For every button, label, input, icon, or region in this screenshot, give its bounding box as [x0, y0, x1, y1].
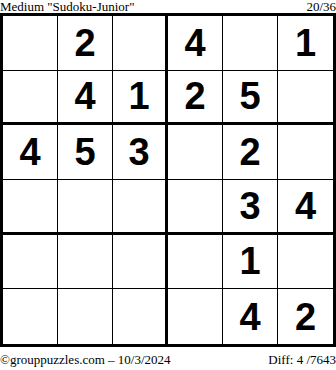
puzzle-page: Medium "Sudoku-Junior" 20/36 24141254532…	[0, 0, 336, 370]
cell-r6c3-empty	[113, 289, 168, 344]
cell-r4c5-given: 3	[223, 180, 278, 235]
cell-r4c6-given: 4	[278, 180, 333, 235]
cell-r3c6-empty	[278, 125, 333, 180]
copyright-text: ©grouppuzzles.com – 10/3/2024	[0, 353, 171, 367]
cell-r1c1-empty	[3, 16, 58, 71]
cell-r1c3-empty	[113, 16, 168, 71]
cell-r5c4-empty	[168, 235, 223, 290]
cell-r2c6-empty	[278, 71, 333, 126]
cell-r2c3-given: 1	[113, 71, 168, 126]
cell-r1c5-empty	[223, 16, 278, 71]
cell-r4c1-empty	[3, 180, 58, 235]
cell-r5c2-empty	[58, 235, 113, 290]
cell-r4c3-empty	[113, 180, 168, 235]
cell-r1c6-given: 1	[278, 16, 333, 71]
cell-r5c6-empty	[278, 235, 333, 290]
difficulty-text: Diff: 4 /7643	[268, 353, 336, 367]
cell-r2c4-given: 2	[168, 71, 223, 126]
cell-r3c1-given: 4	[3, 125, 58, 180]
cell-r5c5-given: 1	[223, 235, 278, 290]
cell-counter: 20/36	[306, 0, 336, 13]
cell-r3c4-empty	[168, 125, 223, 180]
cell-r6c6-given: 2	[278, 289, 333, 344]
cell-r4c2-empty	[58, 180, 113, 235]
cell-r3c5-given: 2	[223, 125, 278, 180]
cell-r2c5-given: 5	[223, 71, 278, 126]
cell-r5c1-empty	[3, 235, 58, 290]
cell-r3c3-given: 3	[113, 125, 168, 180]
sudoku-board: 2414125453234142	[0, 13, 336, 347]
cell-r4c4-empty	[168, 180, 223, 235]
cell-r1c2-given: 2	[58, 16, 113, 71]
cell-r6c4-empty	[168, 289, 223, 344]
cell-r5c3-empty	[113, 235, 168, 290]
cell-r3c2-given: 5	[58, 125, 113, 180]
cell-r1c4-given: 4	[168, 16, 223, 71]
cell-r2c2-given: 4	[58, 71, 113, 126]
footer: ©grouppuzzles.com – 10/3/2024 Diff: 4 /7…	[0, 347, 336, 370]
header: Medium "Sudoku-Junior" 20/36	[0, 0, 336, 13]
cell-r2c1-empty	[3, 71, 58, 126]
puzzle-title: Medium "Sudoku-Junior"	[0, 0, 134, 13]
cell-r6c2-empty	[58, 289, 113, 344]
cell-r6c1-empty	[3, 289, 58, 344]
cell-r6c5-given: 4	[223, 289, 278, 344]
